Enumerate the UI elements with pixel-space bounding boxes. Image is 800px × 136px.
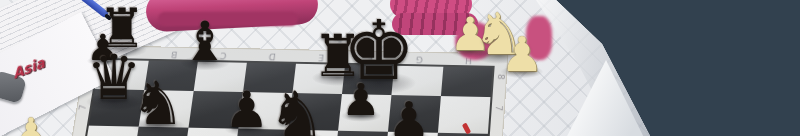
black-knight-c6[interactable]: ♞ [131, 73, 185, 133]
white-pawn-a5[interactable]: ♟ [16, 113, 46, 136]
black-pawn-g6[interactable]: ♟ [341, 78, 380, 122]
square-a6[interactable] [81, 126, 138, 136]
chess-game-photo-scene: Asia ABCDEFGH 87687 ♜♟♛♝♞♟♞♜♚♟♟♟♟♞♟ [0, 0, 800, 136]
black-pawn-e6[interactable]: ♟ [225, 85, 270, 135]
black-bishop-c8[interactable]: ♝ [181, 15, 229, 69]
black-pawn-h5[interactable]: ♟ [387, 95, 430, 136]
square-f6[interactable] [333, 131, 388, 136]
rank-label-right-7: 7 [494, 105, 505, 111]
captured-white-pawn[interactable]: ♟ [500, 30, 543, 78]
file-label-d: D [247, 49, 298, 64]
black-knight-f6[interactable]: ♞ [268, 83, 325, 136]
square-h8[interactable] [441, 67, 493, 97]
square-h6[interactable] [434, 133, 488, 136]
